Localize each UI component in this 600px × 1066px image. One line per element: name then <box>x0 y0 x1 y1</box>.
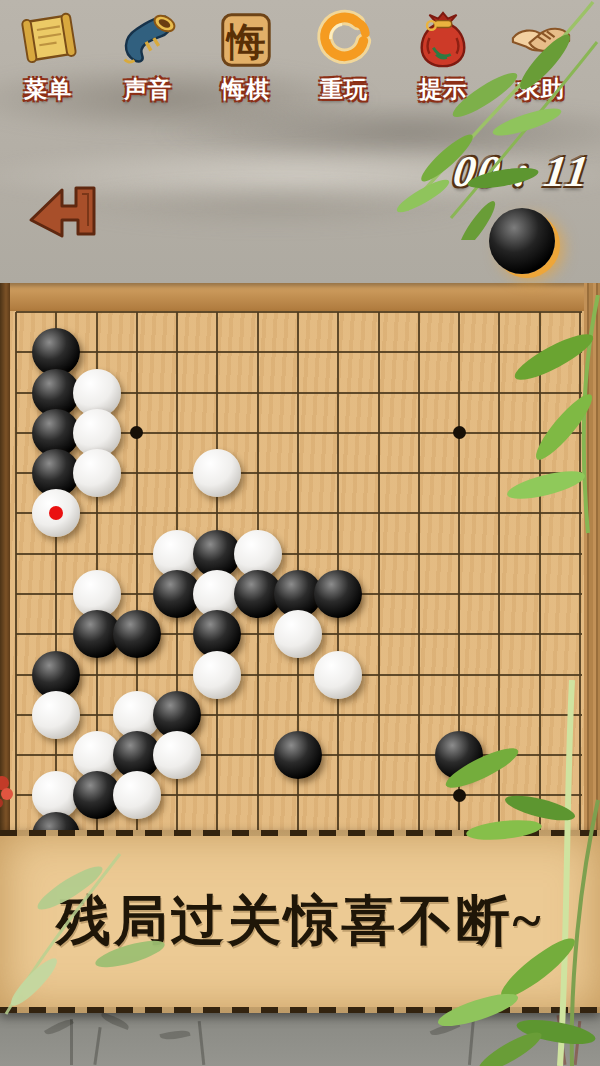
white-stone <box>73 449 121 497</box>
toolbar-item-replay[interactable]: 重玩 <box>298 8 390 105</box>
star-point <box>130 426 143 439</box>
scroll-icon <box>17 8 79 72</box>
white-stone <box>274 610 322 658</box>
black-stone <box>113 610 161 658</box>
grid-line-horizontal <box>16 674 582 676</box>
svg-text:悔: 悔 <box>225 20 266 63</box>
horn-icon <box>117 8 179 72</box>
red-flower <box>0 772 19 818</box>
white-stone <box>32 691 80 739</box>
last-move-marker <box>49 506 63 520</box>
white-stone <box>314 651 362 699</box>
hui-character-icon: 悔 <box>215 8 277 72</box>
bamboo-leaves-top-right <box>385 0 600 240</box>
replay-swirl-icon <box>313 8 375 72</box>
black-stone <box>274 731 322 779</box>
white-stone <box>153 731 201 779</box>
return-arrow-icon <box>26 164 100 256</box>
white-stone <box>193 651 241 699</box>
toolbar-item-menu[interactable]: 菜单 <box>2 8 94 105</box>
header: 菜单 声音 悔 悔棋 <box>0 0 600 283</box>
white-stone <box>32 489 80 537</box>
bamboo-leaves-banner-left <box>0 836 250 1016</box>
white-stone <box>113 771 161 819</box>
toolbar-label: 悔棋 <box>200 74 292 105</box>
grid-line-horizontal <box>16 553 582 555</box>
bamboo-leaves-board-right <box>488 295 600 535</box>
toolbar-label: 声音 <box>102 74 194 105</box>
back-undo-button[interactable] <box>26 164 100 256</box>
toolbar-label: 菜单 <box>2 74 94 105</box>
toolbar-item-undo[interactable]: 悔 悔棋 <box>200 8 292 105</box>
white-stone <box>193 449 241 497</box>
toolbar-label: 重玩 <box>298 74 390 105</box>
star-point <box>453 426 466 439</box>
game-screen: 菜单 声音 悔 悔棋 <box>0 0 600 1066</box>
bamboo-plant-bottom-right <box>420 680 600 1066</box>
toolbar-item-sound[interactable]: 声音 <box>102 8 194 105</box>
black-stone <box>314 570 362 618</box>
